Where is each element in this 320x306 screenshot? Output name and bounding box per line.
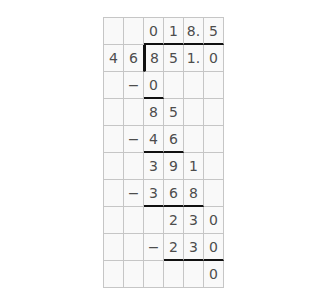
empty-cell-r5c1 [104,126,124,153]
digit-cell-r8c6: 0 [204,207,224,234]
digit-cell-r2c6: 0 [204,45,224,72]
digit-cell-r6c4: 9 [164,153,184,180]
empty-cell-r5c5 [184,126,204,153]
digit-cell-r9c5: 3 [184,234,204,261]
empty-cell-r4c2 [124,99,144,126]
digit-cell-r2c4: 5 [164,45,184,72]
empty-cell-r3c4 [164,72,184,99]
digit-cell-r9c6: 0 [204,234,224,261]
empty-cell-r3c5 [184,72,204,99]
digit-cell-r6c5: 1 [184,153,204,180]
digit-cell-r6c3: 3 [144,153,164,180]
digit-cell-r1c5: 8. [184,18,204,45]
empty-cell-r3c6 [204,72,224,99]
digit-cell-r8c4: 2 [164,207,184,234]
empty-cell-r8c2 [124,207,144,234]
empty-cell-r9c1 [104,234,124,261]
digit-cell-r3c3: 0 [144,72,164,99]
empty-cell-r3c1 [104,72,124,99]
digit-cell-r2c1: 4 [104,45,124,72]
empty-cell-r7c1 [104,180,124,207]
digit-cell-r1c4: 1 [164,18,184,45]
empty-cell-r10c3 [144,261,164,288]
empty-cell-r7c6 [204,180,224,207]
empty-cell-r4c6 [204,99,224,126]
digit-cell-r1c6: 5 [204,18,224,45]
empty-cell-r1c2 [124,18,144,45]
digit-cell-r10c6: 0 [204,261,224,288]
empty-cell-r5c6 [204,126,224,153]
digit-cell-r1c3: 0 [144,18,164,45]
digit-cell-r2c5: 1. [184,45,204,72]
digit-cell-r4c3: 8 [144,99,164,126]
empty-cell-r10c4 [164,261,184,288]
digit-cell-r7c3: 3 [144,180,164,207]
empty-cell-r6c1 [104,153,124,180]
empty-cell-r9c2 [124,234,144,261]
digit-cell-r8c5: 3 [184,207,204,234]
digit-cell-r2c2: 6 [124,45,144,72]
empty-cell-r1c1 [104,18,124,45]
long-division-grid: 018.546851.0−085−46391−368230−2300 [103,17,224,288]
digit-cell-r2c3: 8 [144,45,164,72]
empty-cell-r4c5 [184,99,204,126]
digit-cell-r9c4: 2 [164,234,184,261]
empty-cell-r8c3 [144,207,164,234]
empty-cell-r4c1 [104,99,124,126]
digit-cell-r7c5: 8 [184,180,204,207]
empty-cell-r10c2 [124,261,144,288]
minus-sign-r5: − [124,126,144,153]
digit-cell-r4c4: 5 [164,99,184,126]
minus-sign-r7: − [124,180,144,207]
minus-sign-r9: − [144,234,164,261]
digit-cell-r7c4: 6 [164,180,184,207]
empty-cell-r6c6 [204,153,224,180]
empty-cell-r10c5 [184,261,204,288]
minus-sign-r3: − [124,72,144,99]
digit-cell-r5c3: 4 [144,126,164,153]
empty-cell-r10c1 [104,261,124,288]
digit-cell-r5c4: 6 [164,126,184,153]
empty-cell-r8c1 [104,207,124,234]
empty-cell-r6c2 [124,153,144,180]
